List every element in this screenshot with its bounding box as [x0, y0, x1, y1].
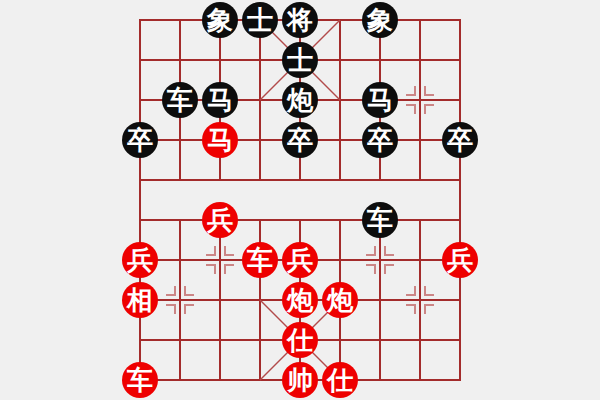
red-advisor[interactable]: 仕 [322, 362, 358, 398]
board-point-c7r0[interactable] [400, 0, 440, 40]
board-point-c8r4[interactable] [440, 160, 480, 200]
red-elephant[interactable]: 相 [122, 282, 158, 318]
board-point-c3r8[interactable] [240, 320, 280, 360]
point-marker [406, 286, 434, 314]
board-point-c3r9[interactable] [240, 360, 280, 400]
board-point-c6r6[interactable] [360, 240, 400, 280]
point-marker [206, 246, 234, 274]
red-chariot[interactable]: 车 [122, 362, 158, 398]
board-point-c8r3[interactable]: 卒 [440, 120, 480, 160]
board-point-c0r2[interactable] [120, 80, 160, 120]
board-point-c4r8[interactable]: 仕 [280, 320, 320, 360]
board-point-c3r7[interactable] [240, 280, 280, 320]
board-point-c5r5[interactable] [320, 200, 360, 240]
board-point-c8r9[interactable] [440, 360, 480, 400]
board-point-c2r5[interactable]: 兵 [200, 200, 240, 240]
point-marker [166, 286, 194, 314]
board-point-c0r8[interactable] [120, 320, 160, 360]
board-point-c6r2[interactable]: 马 [360, 80, 400, 120]
black-pawn[interactable]: 卒 [362, 122, 398, 158]
red-chariot[interactable]: 车 [242, 242, 278, 278]
red-pawn[interactable]: 兵 [442, 242, 478, 278]
board-point-c0r0[interactable] [120, 0, 160, 40]
board-point-c8r0[interactable] [440, 0, 480, 40]
board-point-c4r5[interactable] [280, 200, 320, 240]
board-point-c4r7[interactable]: 炮 [280, 280, 320, 320]
black-chariot[interactable]: 车 [362, 202, 398, 238]
board-point-c5r3[interactable] [320, 120, 360, 160]
black-pawn[interactable]: 卒 [442, 122, 478, 158]
board-point-c1r1[interactable] [160, 40, 200, 80]
board-point-c6r7[interactable] [360, 280, 400, 320]
board-point-c2r0[interactable]: 象 [200, 0, 240, 40]
board-point-c2r8[interactable] [200, 320, 240, 360]
board-point-c5r1[interactable] [320, 40, 360, 80]
board-point-c3r6[interactable]: 车 [240, 240, 280, 280]
xiangqi-board: 象士将象士车马炮马卒马卒卒卒兵车兵车兵兵相炮炮仕车帅仕 [0, 0, 600, 400]
board-point-c5r2[interactable] [320, 80, 360, 120]
board-point-c3r5[interactable] [240, 200, 280, 240]
board-point-c7r9[interactable] [400, 360, 440, 400]
board-point-c2r7[interactable] [200, 280, 240, 320]
board-point-c7r8[interactable] [400, 320, 440, 360]
board-point-c5r8[interactable] [320, 320, 360, 360]
board-point-c5r4[interactable] [320, 160, 360, 200]
board-point-c7r2[interactable] [400, 80, 440, 120]
board-point-c4r3[interactable]: 卒 [280, 120, 320, 160]
board-point-c5r9[interactable]: 仕 [320, 360, 360, 400]
board-point-c4r6[interactable]: 兵 [280, 240, 320, 280]
board-point-c5r7[interactable]: 炮 [320, 280, 360, 320]
black-advisor[interactable]: 士 [242, 2, 278, 38]
board-point-c6r8[interactable] [360, 320, 400, 360]
black-general[interactable]: 将 [282, 2, 318, 38]
red-cannon[interactable]: 炮 [322, 282, 358, 318]
black-horse[interactable]: 马 [362, 82, 398, 118]
board-point-c1r5[interactable] [160, 200, 200, 240]
board-point-c4r9[interactable]: 帅 [280, 360, 320, 400]
board-point-c6r3[interactable]: 卒 [360, 120, 400, 160]
board-point-c3r0[interactable]: 士 [240, 0, 280, 40]
red-pawn[interactable]: 兵 [202, 202, 238, 238]
red-general[interactable]: 帅 [282, 362, 318, 398]
board-point-c3r4[interactable] [240, 160, 280, 200]
red-cannon[interactable]: 炮 [282, 282, 318, 318]
board-point-c0r4[interactable] [120, 160, 160, 200]
board-point-c6r4[interactable] [360, 160, 400, 200]
board-point-c8r5[interactable] [440, 200, 480, 240]
board-point-c7r6[interactable] [400, 240, 440, 280]
board-point-c1r7[interactable] [160, 280, 200, 320]
board-point-c4r0[interactable]: 将 [280, 0, 320, 40]
board-point-c6r9[interactable] [360, 360, 400, 400]
board-point-c1r0[interactable] [160, 0, 200, 40]
black-pawn[interactable]: 卒 [122, 122, 158, 158]
board-point-c7r7[interactable] [400, 280, 440, 320]
board-point-c7r1[interactable] [400, 40, 440, 80]
board-point-c6r1[interactable] [360, 40, 400, 80]
board-point-c8r7[interactable] [440, 280, 480, 320]
point-marker [406, 86, 434, 114]
point-marker [366, 246, 394, 274]
black-advisor[interactable]: 士 [282, 42, 318, 78]
board-point-c1r6[interactable] [160, 240, 200, 280]
board-point-c7r4[interactable] [400, 160, 440, 200]
red-pawn[interactable]: 兵 [122, 242, 158, 278]
board-point-c4r4[interactable] [280, 160, 320, 200]
board-point-c1r2[interactable]: 车 [160, 80, 200, 120]
board-point-c2r9[interactable] [200, 360, 240, 400]
board-point-c8r8[interactable] [440, 320, 480, 360]
board-point-c4r1[interactable]: 士 [280, 40, 320, 80]
red-horse[interactable]: 马 [202, 122, 238, 158]
board-point-c7r5[interactable] [400, 200, 440, 240]
board-point-c3r1[interactable] [240, 40, 280, 80]
black-elephant[interactable]: 象 [202, 2, 238, 38]
board-point-c8r2[interactable] [440, 80, 480, 120]
board-point-c3r3[interactable] [240, 120, 280, 160]
board-point-c7r3[interactable] [400, 120, 440, 160]
red-advisor[interactable]: 仕 [282, 322, 318, 358]
board-point-c1r4[interactable] [160, 160, 200, 200]
board-point-c2r3[interactable]: 马 [200, 120, 240, 160]
board-point-c5r0[interactable] [320, 0, 360, 40]
board-point-c6r5[interactable]: 车 [360, 200, 400, 240]
board-point-c8r1[interactable] [440, 40, 480, 80]
board-point-c2r2[interactable]: 马 [200, 80, 240, 120]
red-pawn[interactable]: 兵 [282, 242, 318, 278]
board-point-c0r9[interactable]: 车 [120, 360, 160, 400]
black-cannon[interactable]: 炮 [282, 82, 318, 118]
board-point-c5r6[interactable] [320, 240, 360, 280]
board-point-c2r4[interactable] [200, 160, 240, 200]
board-point-c1r3[interactable] [160, 120, 200, 160]
black-pawn[interactable]: 卒 [282, 122, 318, 158]
black-horse[interactable]: 马 [202, 82, 238, 118]
board-point-c0r3[interactable]: 卒 [120, 120, 160, 160]
board-point-c4r2[interactable]: 炮 [280, 80, 320, 120]
board-point-c1r8[interactable] [160, 320, 200, 360]
board-point-c0r1[interactable] [120, 40, 160, 80]
board-point-c8r6[interactable]: 兵 [440, 240, 480, 280]
black-chariot[interactable]: 车 [162, 82, 198, 118]
board-point-c6r0[interactable]: 象 [360, 0, 400, 40]
board-point-c3r2[interactable] [240, 80, 280, 120]
board-point-c2r6[interactable] [200, 240, 240, 280]
board-point-c0r5[interactable] [120, 200, 160, 240]
board-point-c0r7[interactable]: 相 [120, 280, 160, 320]
black-elephant[interactable]: 象 [362, 2, 398, 38]
board-points: 象士将象士车马炮马卒马卒卒卒兵车兵车兵兵相炮炮仕车帅仕 [120, 0, 480, 400]
board-point-c1r9[interactable] [160, 360, 200, 400]
board-point-c0r6[interactable]: 兵 [120, 240, 160, 280]
board-point-c2r1[interactable] [200, 40, 240, 80]
